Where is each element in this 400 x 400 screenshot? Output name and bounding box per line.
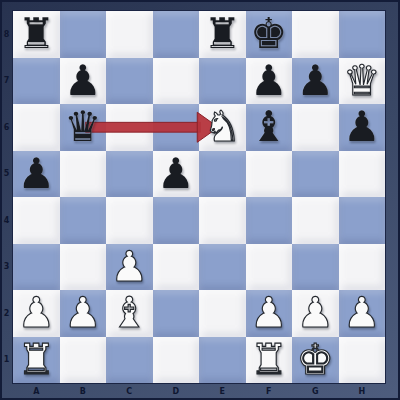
square-h1[interactable] <box>339 337 386 384</box>
piece-white-pawn-f2[interactable]: ♟ <box>250 290 288 336</box>
square-h5[interactable] <box>339 151 386 198</box>
chess-board: ♜♜♚♟♟♟♛♛♞♝♟♟♟♟♟♟♝♟♟♟♜♜♚ <box>13 11 385 383</box>
piece-white-rook-f1[interactable]: ♜ <box>250 337 288 383</box>
file-label-h: H <box>339 384 386 398</box>
square-g2[interactable]: ♟ <box>292 290 339 337</box>
rank-label-6: 6 <box>0 104 13 151</box>
piece-black-rook-e8[interactable]: ♜ <box>203 11 241 57</box>
square-a2[interactable]: ♟ <box>13 290 60 337</box>
square-d6[interactable] <box>153 104 200 151</box>
square-f4[interactable] <box>246 197 293 244</box>
file-label-c: C <box>106 384 153 398</box>
rank-labels: 87654321 <box>0 11 13 383</box>
rank-label-4: 4 <box>0 197 13 244</box>
square-a1[interactable]: ♜ <box>13 337 60 384</box>
square-d5[interactable]: ♟ <box>153 151 200 198</box>
piece-white-king-g1[interactable]: ♚ <box>296 337 334 383</box>
rank-label-8: 8 <box>0 11 13 58</box>
square-e7[interactable] <box>199 58 246 105</box>
square-b5[interactable] <box>60 151 107 198</box>
square-h6[interactable]: ♟ <box>339 104 386 151</box>
square-d8[interactable] <box>153 11 200 58</box>
file-label-b: B <box>60 384 107 398</box>
square-c1[interactable] <box>106 337 153 384</box>
square-c4[interactable] <box>106 197 153 244</box>
square-e5[interactable] <box>199 151 246 198</box>
square-g4[interactable] <box>292 197 339 244</box>
piece-white-pawn-a2[interactable]: ♟ <box>17 290 55 336</box>
square-h8[interactable] <box>339 11 386 58</box>
piece-white-rook-a1[interactable]: ♜ <box>17 337 55 383</box>
file-label-e: E <box>199 384 246 398</box>
square-e6[interactable]: ♞ <box>199 104 246 151</box>
square-h4[interactable] <box>339 197 386 244</box>
square-g3[interactable] <box>292 244 339 291</box>
square-c5[interactable] <box>106 151 153 198</box>
square-d2[interactable] <box>153 290 200 337</box>
square-b4[interactable] <box>60 197 107 244</box>
square-a7[interactable] <box>13 58 60 105</box>
rank-label-2: 2 <box>0 290 13 337</box>
square-f5[interactable] <box>246 151 293 198</box>
piece-black-pawn-f7[interactable]: ♟ <box>250 58 288 104</box>
piece-white-pawn-h2[interactable]: ♟ <box>343 290 381 336</box>
square-f2[interactable]: ♟ <box>246 290 293 337</box>
square-e1[interactable] <box>199 337 246 384</box>
square-a8[interactable]: ♜ <box>13 11 60 58</box>
file-label-d: D <box>153 384 200 398</box>
piece-white-queen-h7[interactable]: ♛ <box>343 58 381 104</box>
piece-black-bishop-f6[interactable]: ♝ <box>250 104 288 150</box>
square-g6[interactable] <box>292 104 339 151</box>
piece-white-pawn-g2[interactable]: ♟ <box>296 290 334 336</box>
square-a3[interactable] <box>13 244 60 291</box>
square-c8[interactable] <box>106 11 153 58</box>
rank-label-5: 5 <box>0 151 13 198</box>
square-b1[interactable] <box>60 337 107 384</box>
piece-black-pawn-a5[interactable]: ♟ <box>17 151 55 197</box>
square-h3[interactable] <box>339 244 386 291</box>
chess-board-panel: 87654321 ♜♜♚♟♟♟♛♛♞♝♟♟♟♟♟♟♝♟♟♟♜♜♚ ABCDEFG… <box>0 0 400 400</box>
piece-black-queen-b6[interactable]: ♛ <box>64 104 102 150</box>
square-g7[interactable]: ♟ <box>292 58 339 105</box>
square-d3[interactable] <box>153 244 200 291</box>
square-e8[interactable]: ♜ <box>199 11 246 58</box>
square-c7[interactable] <box>106 58 153 105</box>
piece-black-pawn-b7[interactable]: ♟ <box>64 58 102 104</box>
square-f7[interactable]: ♟ <box>246 58 293 105</box>
piece-white-knight-e6[interactable]: ♞ <box>203 104 241 150</box>
piece-black-pawn-g7[interactable]: ♟ <box>296 58 334 104</box>
rank-label-7: 7 <box>0 58 13 105</box>
square-b3[interactable] <box>60 244 107 291</box>
file-labels: ABCDEFGH <box>13 384 385 398</box>
piece-black-pawn-h6[interactable]: ♟ <box>343 104 381 150</box>
square-e2[interactable] <box>199 290 246 337</box>
file-label-a: A <box>13 384 60 398</box>
square-b2[interactable]: ♟ <box>60 290 107 337</box>
square-h2[interactable]: ♟ <box>339 290 386 337</box>
square-g5[interactable] <box>292 151 339 198</box>
square-f8[interactable]: ♚ <box>246 11 293 58</box>
file-label-f: F <box>246 384 293 398</box>
piece-black-king-f8[interactable]: ♚ <box>250 11 288 57</box>
square-f1[interactable]: ♜ <box>246 337 293 384</box>
square-f6[interactable]: ♝ <box>246 104 293 151</box>
rank-label-1: 1 <box>0 337 13 384</box>
square-d4[interactable] <box>153 197 200 244</box>
piece-black-pawn-d5[interactable]: ♟ <box>157 151 195 197</box>
piece-white-pawn-c3[interactable]: ♟ <box>110 244 148 290</box>
square-b8[interactable] <box>60 11 107 58</box>
square-d1[interactable] <box>153 337 200 384</box>
square-c6[interactable] <box>106 104 153 151</box>
square-a4[interactable] <box>13 197 60 244</box>
square-c2[interactable]: ♝ <box>106 290 153 337</box>
square-d7[interactable] <box>153 58 200 105</box>
square-e3[interactable] <box>199 244 246 291</box>
rank-label-3: 3 <box>0 244 13 291</box>
square-f3[interactable] <box>246 244 293 291</box>
square-g8[interactable] <box>292 11 339 58</box>
square-e4[interactable] <box>199 197 246 244</box>
piece-black-rook-a8[interactable]: ♜ <box>17 11 55 57</box>
piece-white-bishop-c2[interactable]: ♝ <box>110 290 148 336</box>
square-b7[interactable]: ♟ <box>60 58 107 105</box>
square-b6[interactable]: ♛ <box>60 104 107 151</box>
square-a6[interactable] <box>13 104 60 151</box>
square-h7[interactable]: ♛ <box>339 58 386 105</box>
file-label-g: G <box>292 384 339 398</box>
square-c3[interactable]: ♟ <box>106 244 153 291</box>
square-a5[interactable]: ♟ <box>13 151 60 198</box>
square-g1[interactable]: ♚ <box>292 337 339 384</box>
piece-white-pawn-b2[interactable]: ♟ <box>64 290 102 336</box>
